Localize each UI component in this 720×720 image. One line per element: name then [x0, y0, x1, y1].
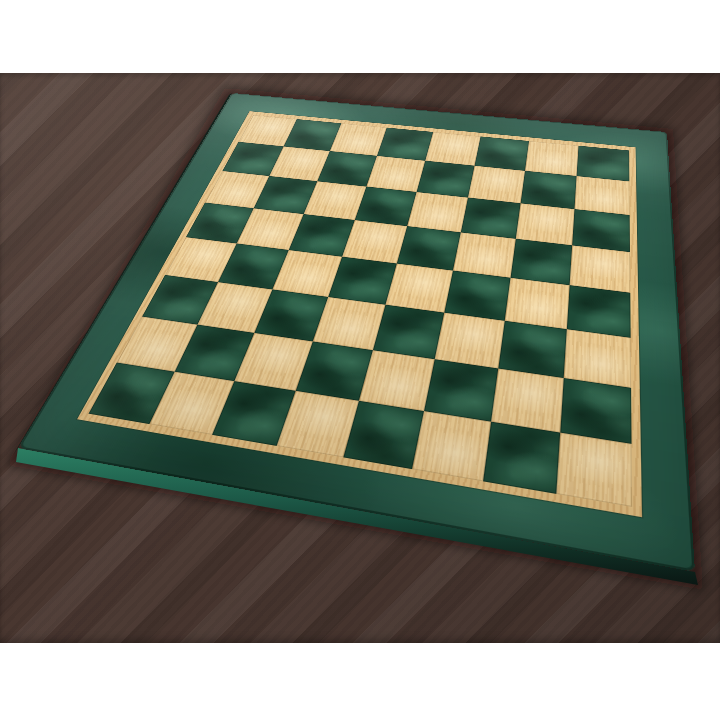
screenshot-page — [0, 0, 720, 720]
board-square — [355, 187, 417, 227]
board-square — [483, 422, 560, 494]
board-square — [475, 136, 529, 170]
board-square — [343, 401, 424, 469]
board-square — [397, 226, 461, 270]
board-square — [556, 433, 632, 507]
board-square — [560, 378, 631, 444]
board-square — [521, 171, 577, 209]
product-photo — [0, 73, 720, 643]
board-square — [498, 321, 567, 378]
board-square — [412, 411, 491, 481]
board-square — [572, 209, 630, 252]
board-square — [444, 271, 510, 321]
